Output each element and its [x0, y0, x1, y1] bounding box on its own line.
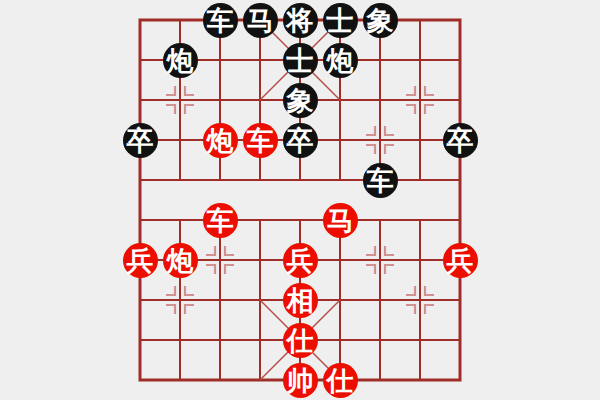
piece-black-soldier[interactable]: 卒	[440, 120, 480, 160]
piece-glyph-卒: 卒	[283, 123, 318, 158]
piece-red-chariot[interactable]: 车	[200, 200, 240, 240]
piece-red-cannon[interactable]: 炮	[160, 240, 200, 280]
piece-black-horse[interactable]: 马	[240, 0, 280, 40]
piece-glyph-士: 士	[283, 43, 318, 78]
piece-red-soldier[interactable]: 兵	[440, 240, 480, 280]
piece-glyph-炮: 炮	[203, 123, 238, 158]
piece-black-chariot[interactable]: 车	[360, 160, 400, 200]
piece-red-general[interactable]: 帅	[280, 360, 320, 400]
piece-glyph-马: 马	[323, 203, 358, 238]
piece-red-soldier[interactable]: 兵	[280, 240, 320, 280]
xiangqi-board: 车马将士象炮士炮象卒炮车卒卒车车马兵炮兵兵相仕帅仕	[0, 0, 600, 400]
piece-glyph-炮: 炮	[323, 43, 358, 78]
piece-black-soldier[interactable]: 卒	[120, 120, 160, 160]
piece-black-advisor[interactable]: 士	[320, 0, 360, 40]
piece-glyph-仕: 仕	[323, 363, 358, 398]
piece-glyph-车: 车	[203, 203, 238, 238]
piece-glyph-车: 车	[243, 123, 278, 158]
piece-red-soldier[interactable]: 兵	[120, 240, 160, 280]
piece-glyph-兵: 兵	[123, 243, 158, 278]
piece-black-general[interactable]: 将	[280, 0, 320, 40]
piece-red-cannon[interactable]: 炮	[200, 120, 240, 160]
piece-glyph-马: 马	[243, 3, 278, 38]
piece-glyph-象: 象	[283, 83, 318, 118]
piece-black-cannon[interactable]: 炮	[160, 40, 200, 80]
piece-red-advisor[interactable]: 仕	[320, 360, 360, 400]
piece-red-horse[interactable]: 马	[320, 200, 360, 240]
piece-glyph-相: 相	[283, 283, 318, 318]
piece-black-elephant[interactable]: 象	[280, 80, 320, 120]
piece-glyph-仕: 仕	[283, 323, 318, 358]
piece-glyph-象: 象	[363, 3, 398, 38]
piece-black-cannon[interactable]: 炮	[320, 40, 360, 80]
piece-red-chariot[interactable]: 车	[240, 120, 280, 160]
piece-red-advisor[interactable]: 仕	[280, 320, 320, 360]
piece-black-soldier[interactable]: 卒	[280, 120, 320, 160]
piece-glyph-兵: 兵	[443, 243, 478, 278]
pieces-layer: 车马将士象炮士炮象卒炮车卒卒车车马兵炮兵兵相仕帅仕	[120, 0, 480, 400]
piece-black-elephant[interactable]: 象	[360, 0, 400, 40]
piece-glyph-帅: 帅	[283, 363, 318, 398]
piece-glyph-兵: 兵	[283, 243, 318, 278]
piece-glyph-卒: 卒	[443, 123, 478, 158]
piece-red-elephant[interactable]: 相	[280, 280, 320, 320]
piece-glyph-士: 士	[323, 3, 358, 38]
piece-black-advisor[interactable]: 士	[280, 40, 320, 80]
piece-glyph-车: 车	[363, 163, 398, 198]
piece-glyph-车: 车	[203, 3, 238, 38]
piece-glyph-炮: 炮	[163, 43, 198, 78]
piece-glyph-将: 将	[283, 3, 318, 38]
piece-glyph-卒: 卒	[123, 123, 158, 158]
piece-black-chariot[interactable]: 车	[200, 0, 240, 40]
piece-glyph-炮: 炮	[163, 243, 198, 278]
